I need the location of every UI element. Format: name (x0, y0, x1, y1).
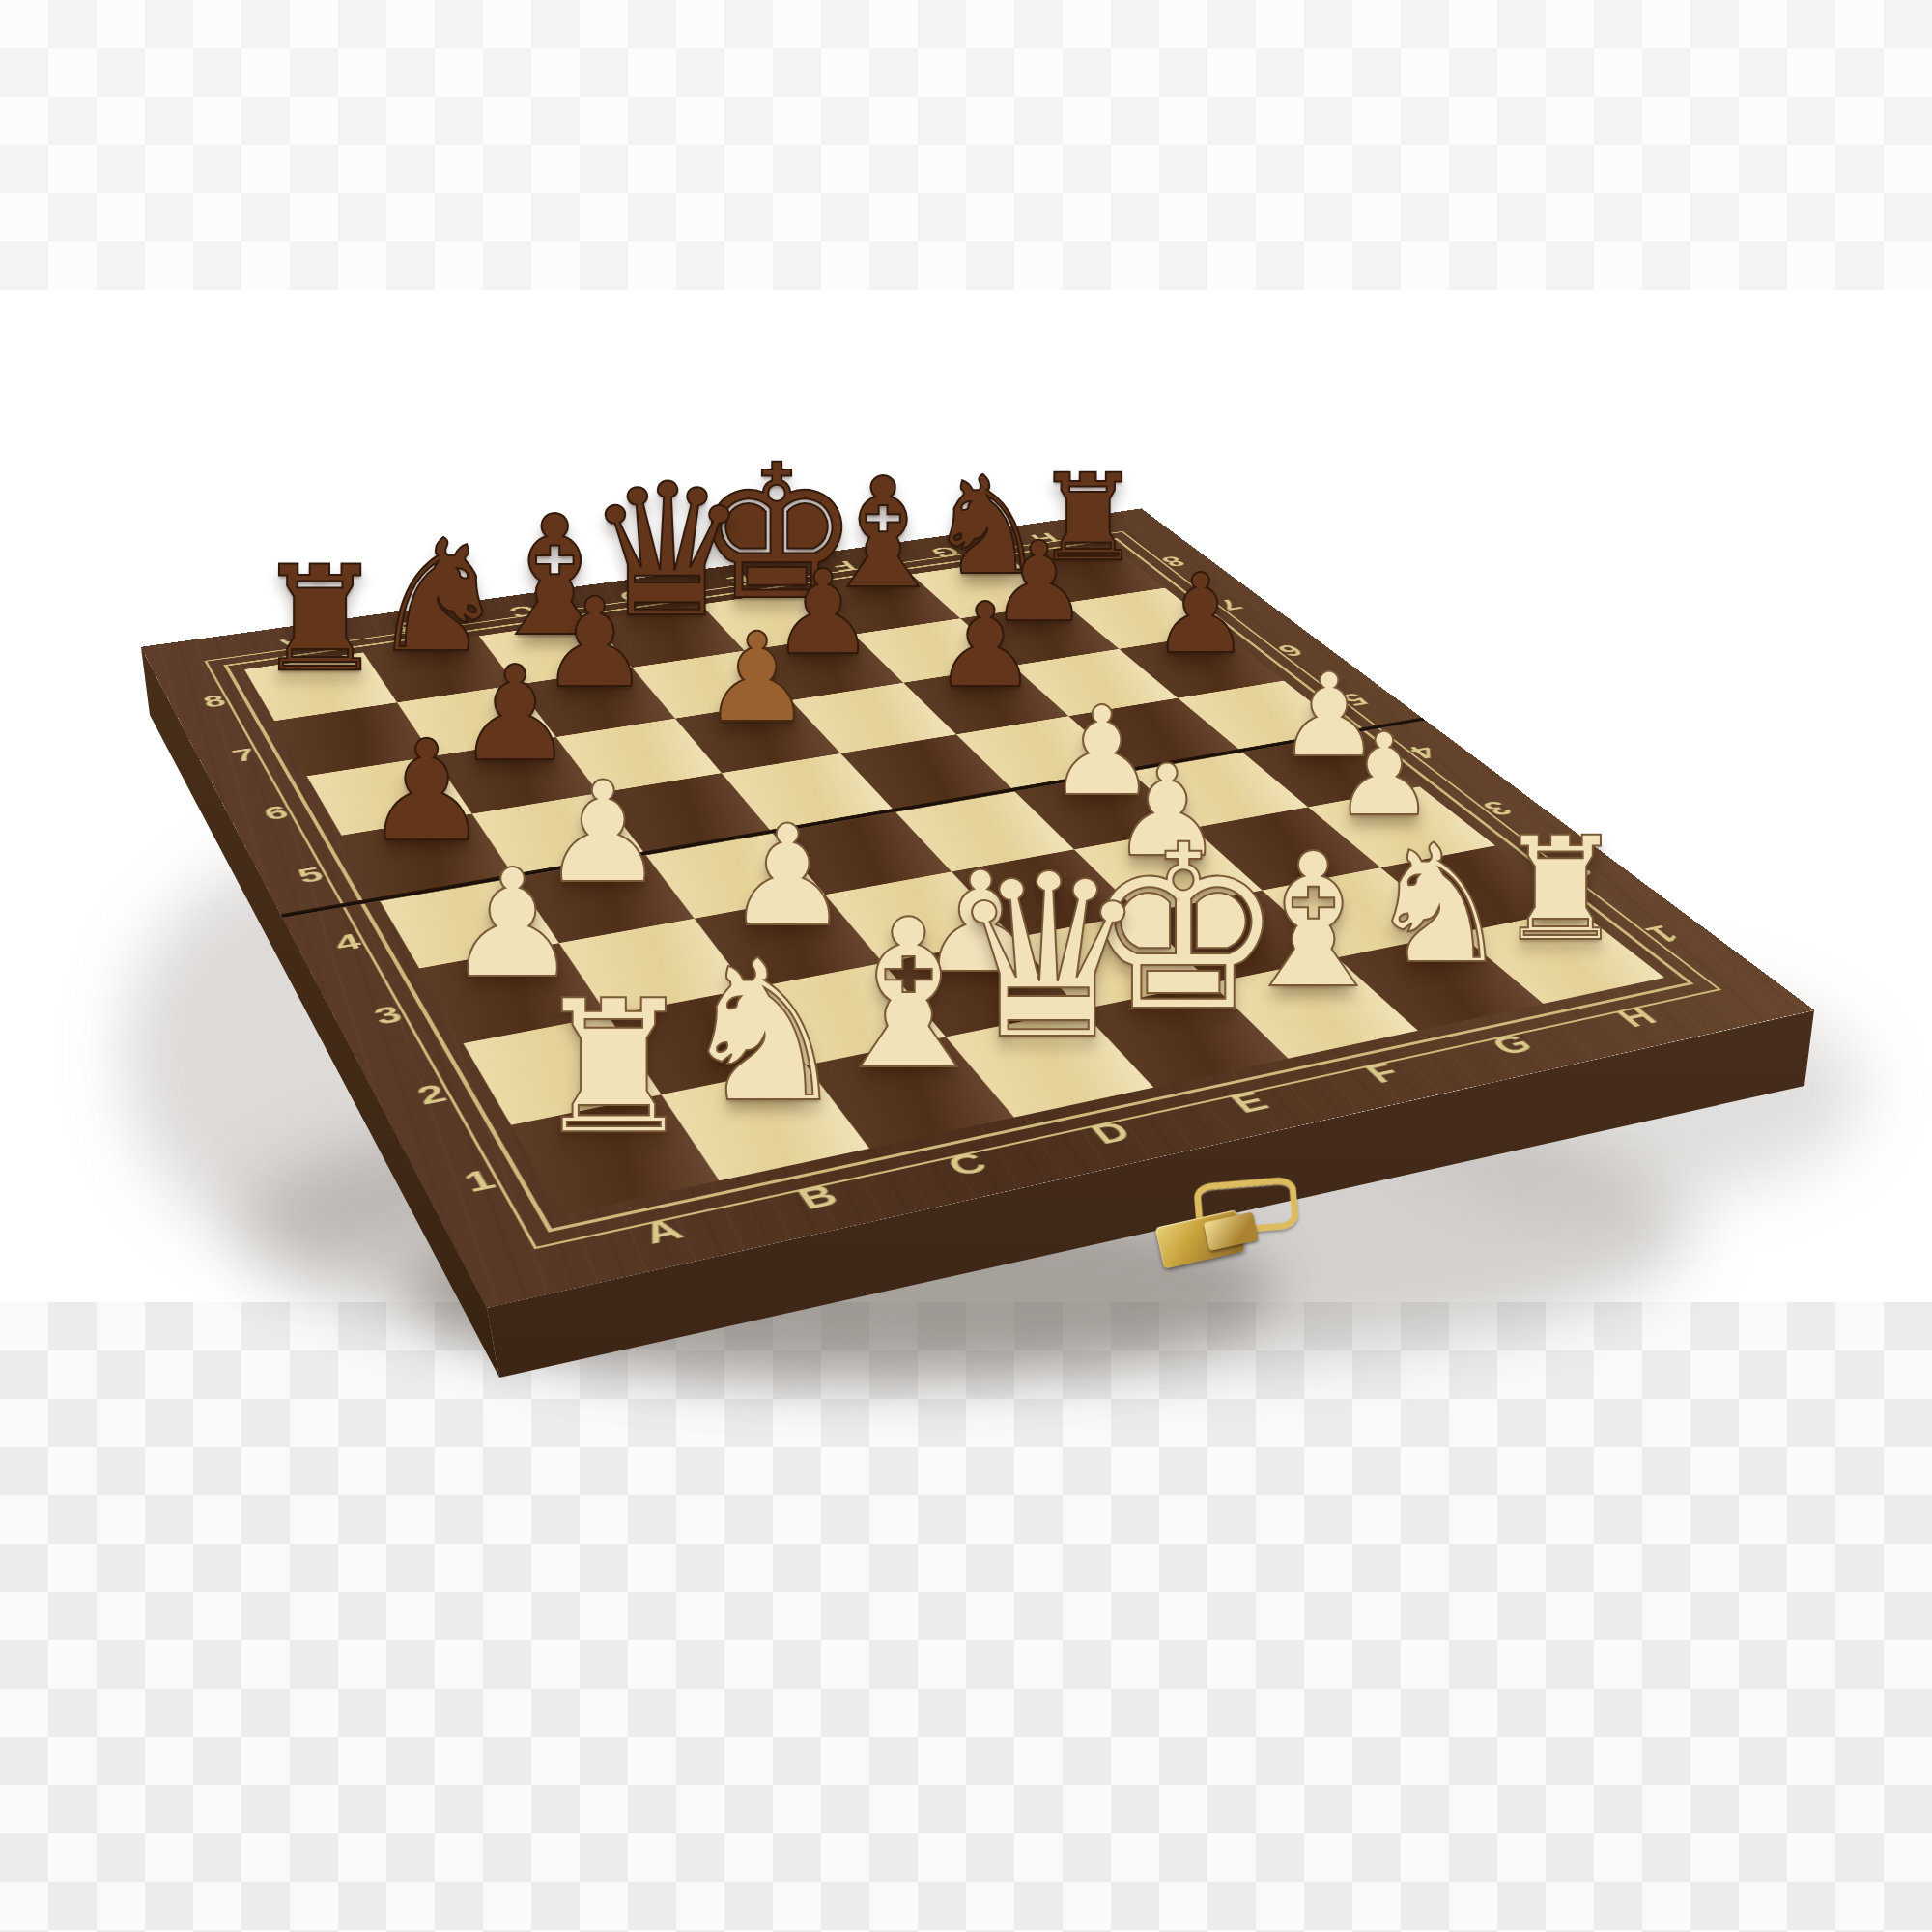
transparency-checker-bottom (0, 1302, 1932, 1932)
piece-black-pawn-d6: ♟ (702, 617, 812, 741)
piece-black-rook-a8: ♜ (255, 547, 384, 692)
piece-white-rook-h1: ♜ (1496, 817, 1625, 960)
piece-black-pawn-f6: ♟ (933, 587, 1037, 703)
transparency-checker-top (0, 0, 1932, 290)
piece-white-rook-a1: ♜ (531, 977, 696, 1160)
product-photo-stage: 87654321ABCDEFGHABCDEFGH87654321 ♜♞♝♚♟♛♝… (0, 0, 1932, 1932)
piece-black-pawn-h6: ♟ (1151, 559, 1250, 669)
piece-white-knight-b1: ♞ (677, 934, 852, 1129)
